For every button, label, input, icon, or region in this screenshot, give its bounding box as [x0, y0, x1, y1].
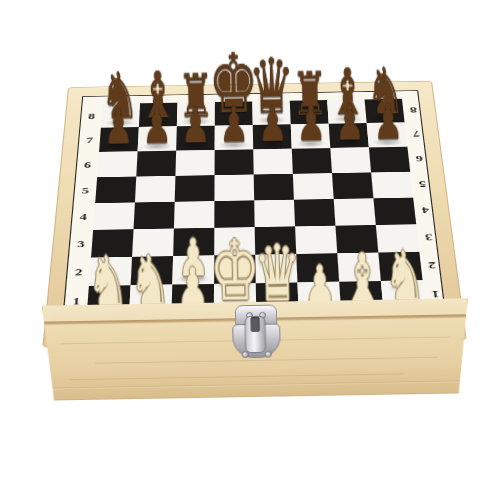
square-g4[interactable] [334, 198, 376, 225]
square-d6[interactable] [215, 149, 254, 175]
square-g6[interactable] [330, 147, 371, 173]
rank-label-left-8: 8 [80, 104, 102, 128]
square-e4[interactable] [254, 200, 295, 227]
rank-label-right-4: 4 [413, 197, 438, 224]
square-d5[interactable] [214, 174, 254, 201]
square-h7[interactable]: ♟ [367, 122, 408, 147]
base-groove-line [44, 380, 468, 389]
piece-dark-pawn-d7[interactable]: ♟ [218, 101, 248, 150]
piece-dark-pawn-b7[interactable]: ♟ [141, 102, 171, 151]
clasp-slot [251, 317, 260, 332]
square-g7[interactable]: ♟ [329, 123, 369, 148]
square-b7[interactable]: ♟ [138, 126, 177, 151]
square-a7[interactable]: ♟ [99, 127, 139, 152]
square-f5[interactable] [293, 173, 334, 200]
square-e7[interactable]: ♟ [253, 124, 292, 149]
square-c7[interactable]: ♟ [176, 126, 215, 151]
square-h5[interactable] [371, 172, 413, 199]
square-e5[interactable] [254, 174, 294, 201]
square-a5[interactable] [95, 177, 136, 204]
piece-dark-pawn-a7[interactable]: ♟ [103, 103, 133, 152]
square-f6[interactable] [292, 148, 332, 174]
square-g5[interactable] [332, 172, 373, 199]
screw-dot [265, 351, 272, 358]
rank-label-right-7: 7 [405, 122, 429, 147]
square-c6[interactable] [175, 150, 214, 176]
square-h6[interactable] [369, 147, 410, 173]
square-h4[interactable] [373, 198, 416, 225]
wood-grain-line [70, 373, 405, 380]
chess-board-grid: 8877665544332211abcdefgh♞♝♜♚♛♜♝♞♟♟♟♟♟♟♟♟… [61, 90, 448, 334]
square-a4[interactable] [93, 202, 135, 229]
piece-dark-pawn-e7[interactable]: ♟ [257, 100, 287, 149]
square-b4[interactable] [134, 202, 175, 229]
box-front-face [42, 298, 470, 400]
square-c5[interactable] [175, 175, 215, 202]
square-f4[interactable] [294, 199, 336, 226]
square-f7[interactable]: ♟ [291, 124, 331, 149]
piece-dark-pawn-c7[interactable]: ♟ [180, 101, 210, 150]
square-d7[interactable]: ♟ [215, 125, 254, 150]
rank-label-left-5: 5 [74, 177, 97, 203]
latch-clasp-icon [227, 304, 284, 363]
square-a6[interactable] [97, 151, 137, 177]
square-b6[interactable] [136, 151, 176, 177]
square-b5[interactable] [135, 176, 175, 203]
rank-label-left-7: 7 [78, 128, 101, 153]
square-e6[interactable] [253, 149, 293, 175]
piece-dark-pawn-f7[interactable]: ♟ [295, 99, 325, 148]
rank-label-left-6: 6 [76, 152, 99, 178]
rank-label-right-6: 6 [407, 146, 431, 171]
piece-light-queen-e1[interactable]: ♛ [253, 234, 301, 312]
rank-label-right-5: 5 [410, 171, 434, 197]
piece-dark-pawn-h7[interactable]: ♟ [372, 98, 402, 147]
rank-label-left-4: 4 [71, 203, 95, 230]
square-f3[interactable] [295, 226, 337, 254]
piece-dark-pawn-g7[interactable]: ♟ [334, 99, 364, 148]
